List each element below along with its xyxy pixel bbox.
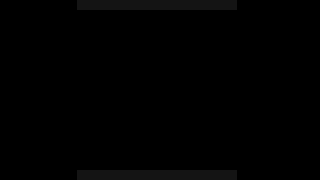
- player-bar-top: [77, 0, 237, 10]
- player-bar-bottom: [77, 170, 237, 180]
- chess-board[interactable]: [77, 10, 237, 170]
